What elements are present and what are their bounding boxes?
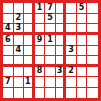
sudoku-cell[interactable] <box>35 56 46 67</box>
sudoku-cell-given[interactable]: 6 <box>3 35 14 46</box>
sudoku-cell-given[interactable]: 1 <box>35 3 46 14</box>
sudoku-cell[interactable] <box>24 67 35 78</box>
sudoku-cell-given[interactable]: 9 <box>35 35 46 46</box>
sudoku-cell[interactable] <box>77 14 88 25</box>
sudoku-cell[interactable] <box>14 3 25 14</box>
sudoku-cell[interactable] <box>3 3 14 14</box>
sudoku-cell[interactable] <box>77 35 88 46</box>
sudoku-cell[interactable] <box>77 24 88 35</box>
sudoku-cell-given[interactable]: 1 <box>24 77 35 88</box>
sudoku-board: 17525436914383271 <box>0 0 101 101</box>
sudoku-cell[interactable] <box>35 77 46 88</box>
sudoku-cell[interactable] <box>3 88 14 99</box>
sudoku-cell-given[interactable]: 4 <box>14 46 25 57</box>
sudoku-cell-given[interactable]: 8 <box>35 67 46 78</box>
sudoku-cell-given[interactable]: 5 <box>77 3 88 14</box>
sudoku-cell[interactable] <box>35 46 46 57</box>
sudoku-cell[interactable] <box>56 56 67 67</box>
sudoku-cell-given[interactable]: 7 <box>3 77 14 88</box>
sudoku-cell-given[interactable]: 5 <box>45 14 56 25</box>
sudoku-cell[interactable] <box>56 46 67 57</box>
sudoku-cell[interactable] <box>66 88 77 99</box>
sudoku-cell[interactable] <box>87 35 98 46</box>
sudoku-cell-given[interactable]: 1 <box>45 35 56 46</box>
sudoku-cell[interactable] <box>24 46 35 57</box>
sudoku-cell[interactable] <box>66 35 77 46</box>
sudoku-cell[interactable] <box>87 46 98 57</box>
sudoku-cell[interactable] <box>56 14 67 25</box>
sudoku-cell[interactable] <box>45 77 56 88</box>
sudoku-cell[interactable] <box>87 24 98 35</box>
sudoku-cell[interactable] <box>56 35 67 46</box>
sudoku-cell[interactable] <box>77 67 88 78</box>
sudoku-cell-given[interactable]: 7 <box>45 3 56 14</box>
sudoku-cell-given[interactable]: 3 <box>56 67 67 78</box>
sudoku-cell[interactable] <box>66 56 77 67</box>
sudoku-cell[interactable] <box>45 46 56 57</box>
sudoku-cell[interactable] <box>56 88 67 99</box>
sudoku-cell[interactable] <box>77 46 88 57</box>
sudoku-cell[interactable] <box>66 14 77 25</box>
sudoku-cell[interactable] <box>24 3 35 14</box>
sudoku-cell[interactable] <box>87 88 98 99</box>
sudoku-cell[interactable] <box>24 56 35 67</box>
sudoku-cell[interactable] <box>66 3 77 14</box>
sudoku-cell[interactable] <box>56 24 67 35</box>
sudoku-cell[interactable] <box>14 35 25 46</box>
sudoku-cell[interactable] <box>87 14 98 25</box>
sudoku-cell[interactable] <box>14 67 25 78</box>
sudoku-cell[interactable] <box>3 67 14 78</box>
sudoku-cell[interactable] <box>35 14 46 25</box>
sudoku-cell[interactable] <box>35 88 46 99</box>
sudoku-cell[interactable] <box>24 35 35 46</box>
sudoku-cell[interactable] <box>24 14 35 25</box>
sudoku-cell[interactable] <box>45 88 56 99</box>
sudoku-cell[interactable] <box>3 46 14 57</box>
sudoku-cell-given[interactable]: 3 <box>14 24 25 35</box>
sudoku-cell[interactable] <box>35 24 46 35</box>
sudoku-cell[interactable] <box>87 67 98 78</box>
sudoku-cell[interactable] <box>14 56 25 67</box>
sudoku-cell[interactable] <box>77 88 88 99</box>
sudoku-cell[interactable] <box>66 77 77 88</box>
sudoku-cell-given[interactable]: 3 <box>66 46 77 57</box>
sudoku-cell-given[interactable]: 4 <box>3 24 14 35</box>
sudoku-cell[interactable] <box>66 24 77 35</box>
sudoku-cell[interactable] <box>3 56 14 67</box>
sudoku-cell[interactable] <box>56 3 67 14</box>
sudoku-cell[interactable] <box>14 88 25 99</box>
sudoku-cell[interactable] <box>87 77 98 88</box>
sudoku-cell[interactable] <box>87 3 98 14</box>
sudoku-cell[interactable] <box>77 56 88 67</box>
sudoku-cell[interactable] <box>45 56 56 67</box>
sudoku-cell[interactable] <box>56 77 67 88</box>
sudoku-cell[interactable] <box>24 24 35 35</box>
sudoku-cell[interactable] <box>24 88 35 99</box>
sudoku-cell[interactable] <box>45 24 56 35</box>
sudoku-cell[interactable] <box>14 77 25 88</box>
sudoku-cell[interactable] <box>87 56 98 67</box>
sudoku-cell[interactable] <box>45 67 56 78</box>
sudoku-cell-given[interactable]: 2 <box>66 67 77 78</box>
sudoku-cell[interactable] <box>77 77 88 88</box>
